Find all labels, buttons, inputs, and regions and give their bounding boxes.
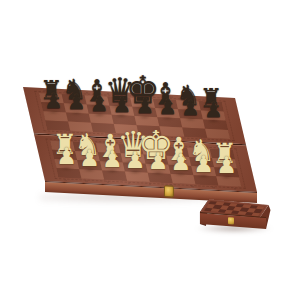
piece-white-pawn[interactable]: ♟ xyxy=(193,152,214,175)
piece-black-pawn[interactable]: ♟ xyxy=(204,99,223,120)
piece-black-pawn[interactable]: ♟ xyxy=(135,96,154,117)
piece-black-pawn[interactable]: ♟ xyxy=(158,97,177,118)
piece-white-pawn[interactable]: ♟ xyxy=(125,149,146,172)
piece-black-pawn[interactable]: ♟ xyxy=(44,91,63,112)
piece-white-pawn[interactable]: ♟ xyxy=(79,147,100,170)
piece-black-pawn[interactable]: ♟ xyxy=(113,95,132,116)
piece-white-pawn[interactable]: ♟ xyxy=(216,154,237,177)
product-photo: ♜♞♝♛♚♝♞♜♟♟♟♟♟♟♟♟♜♞♝♛♚♝♞♜♟♟♟♟♟♟♟♟ xyxy=(0,0,292,292)
piece-white-pawn[interactable]: ♟ xyxy=(148,150,169,173)
closed-box-clasp-icon xyxy=(228,217,234,224)
piece-white-pawn[interactable]: ♟ xyxy=(56,145,77,168)
piece-black-pawn[interactable]: ♟ xyxy=(67,92,86,113)
clasp-icon xyxy=(164,185,174,198)
piece-black-pawn[interactable]: ♟ xyxy=(90,93,109,114)
piece-white-pawn[interactable]: ♟ xyxy=(102,148,123,171)
piece-white-pawn[interactable]: ♟ xyxy=(171,151,192,174)
piece-black-pawn[interactable]: ♟ xyxy=(181,98,200,119)
